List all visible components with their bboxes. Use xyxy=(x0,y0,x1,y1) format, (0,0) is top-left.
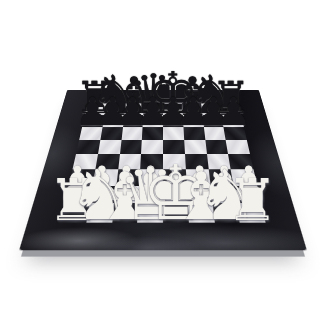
black-pawn-h7[interactable]: ♟ xyxy=(216,92,251,131)
pieces-layer: ♜♞♝♛♚♝♞♜♟♟♟♟♟♟♟♟♟♟♟♟♟♟♟♟♜♞♝♛♚♝♞♜ xyxy=(0,0,320,320)
product-photo: ♜♞♝♛♚♝♞♜♟♟♟♟♟♟♟♟♟♟♟♟♟♟♟♟♜♞♝♛♚♝♞♜ xyxy=(0,0,320,320)
white-rook-h1[interactable]: ♜ xyxy=(227,171,279,229)
